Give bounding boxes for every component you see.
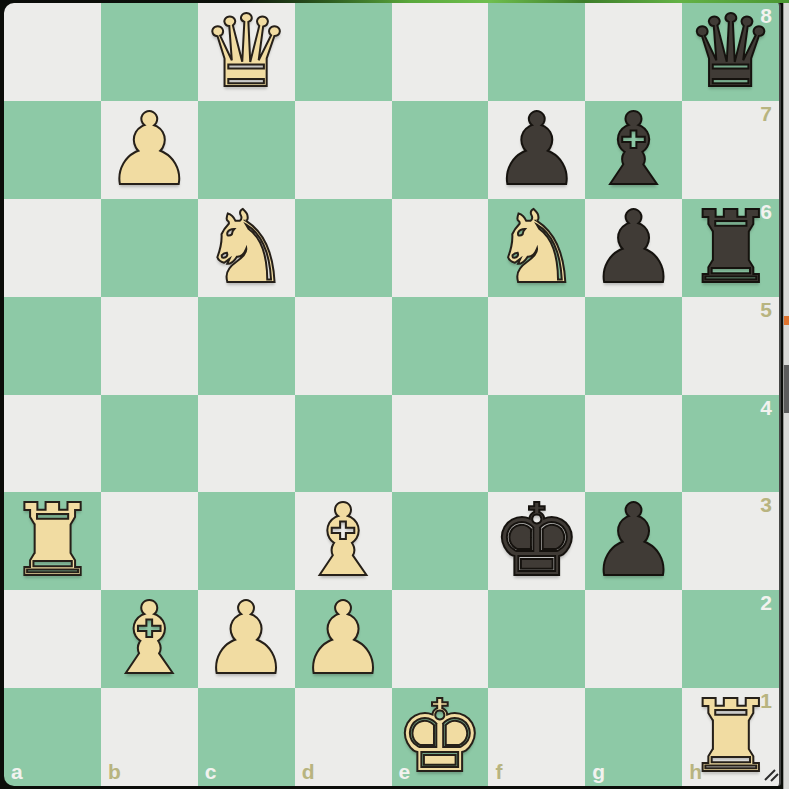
square-c6[interactable]: ♞	[198, 199, 295, 297]
piece-black-queen[interactable]: ♛	[682, 3, 779, 101]
piece-black-king[interactable]: ♚	[488, 492, 585, 590]
file-label-g: g	[592, 760, 605, 784]
rank-label-7: 7	[760, 102, 772, 126]
page-scrollbar[interactable]	[783, 3, 789, 789]
square-a5[interactable]	[4, 297, 101, 395]
scrollbar-find-marker	[784, 316, 789, 325]
square-b4[interactable]	[101, 395, 198, 493]
square-h4[interactable]: 4	[682, 395, 779, 493]
square-h7[interactable]: 7	[682, 101, 779, 199]
piece-white-pawn[interactable]: ♟	[295, 590, 392, 688]
piece-black-pawn[interactable]: ♟	[585, 199, 682, 297]
square-a6[interactable]	[4, 199, 101, 297]
piece-white-rook[interactable]: ♜	[4, 492, 101, 590]
square-b2[interactable]: ♝	[101, 590, 198, 688]
square-a2[interactable]	[4, 590, 101, 688]
square-e1[interactable]: e♚	[392, 688, 489, 786]
piece-white-king[interactable]: ♚	[392, 688, 489, 786]
scrollbar-thumb[interactable]	[784, 365, 789, 413]
file-label-a: a	[11, 760, 23, 784]
square-g5[interactable]	[585, 297, 682, 395]
square-b1[interactable]: b	[101, 688, 198, 786]
file-label-b: b	[108, 760, 121, 784]
square-e8[interactable]	[392, 3, 489, 101]
square-c8[interactable]: ♛	[198, 3, 295, 101]
square-h8[interactable]: 8♛	[682, 3, 779, 101]
square-a7[interactable]	[4, 101, 101, 199]
piece-black-pawn[interactable]: ♟	[585, 492, 682, 590]
square-g7[interactable]: ♝	[585, 101, 682, 199]
piece-white-knight[interactable]: ♞	[198, 199, 295, 297]
square-g3[interactable]: ♟	[585, 492, 682, 590]
square-d1[interactable]: d	[295, 688, 392, 786]
square-a8[interactable]	[4, 3, 101, 101]
chess-board: ♛8♛♟♟♝7♞♞♟6♜54♜♝♚♟3♝♟♟2abcde♚fg1h♜	[4, 3, 781, 786]
square-f4[interactable]	[488, 395, 585, 493]
square-e6[interactable]	[392, 199, 489, 297]
square-b3[interactable]	[101, 492, 198, 590]
square-b5[interactable]	[101, 297, 198, 395]
square-e3[interactable]	[392, 492, 489, 590]
square-d2[interactable]: ♟	[295, 590, 392, 688]
square-h6[interactable]: 6♜	[682, 199, 779, 297]
piece-black-pawn[interactable]: ♟	[488, 101, 585, 199]
piece-white-queen[interactable]: ♛	[198, 3, 295, 101]
board-resize-handle-icon[interactable]	[762, 765, 780, 783]
piece-white-knight[interactable]: ♞	[488, 199, 585, 297]
square-h5[interactable]: 5	[682, 297, 779, 395]
square-d7[interactable]	[295, 101, 392, 199]
square-b8[interactable]	[101, 3, 198, 101]
square-h2[interactable]: 2	[682, 590, 779, 688]
piece-white-pawn[interactable]: ♟	[198, 590, 295, 688]
square-h3[interactable]: 3	[682, 492, 779, 590]
square-e2[interactable]	[392, 590, 489, 688]
square-g2[interactable]	[585, 590, 682, 688]
square-f5[interactable]	[488, 297, 585, 395]
square-f1[interactable]: f	[488, 688, 585, 786]
rank-label-4: 4	[760, 396, 772, 420]
square-e7[interactable]	[392, 101, 489, 199]
square-f3[interactable]: ♚	[488, 492, 585, 590]
square-f8[interactable]	[488, 3, 585, 101]
square-g6[interactable]: ♟	[585, 199, 682, 297]
rank-label-3: 3	[760, 493, 772, 517]
piece-black-bishop[interactable]: ♝	[585, 101, 682, 199]
square-g8[interactable]	[585, 3, 682, 101]
file-label-c: c	[205, 760, 217, 784]
file-label-d: d	[302, 760, 315, 784]
square-d6[interactable]	[295, 199, 392, 297]
square-d4[interactable]	[295, 395, 392, 493]
square-c2[interactable]: ♟	[198, 590, 295, 688]
square-a4[interactable]	[4, 395, 101, 493]
square-f7[interactable]: ♟	[488, 101, 585, 199]
square-c7[interactable]	[198, 101, 295, 199]
square-d3[interactable]: ♝	[295, 492, 392, 590]
square-c3[interactable]	[198, 492, 295, 590]
piece-white-bishop[interactable]: ♝	[101, 590, 198, 688]
square-d5[interactable]	[295, 297, 392, 395]
rank-label-2: 2	[760, 591, 772, 615]
rank-label-5: 5	[760, 298, 772, 322]
square-c1[interactable]: c	[198, 688, 295, 786]
file-label-f: f	[495, 760, 502, 784]
piece-black-rook[interactable]: ♜	[682, 199, 779, 297]
square-a1[interactable]: a	[4, 688, 101, 786]
square-c5[interactable]	[198, 297, 295, 395]
square-b6[interactable]	[101, 199, 198, 297]
square-c4[interactable]	[198, 395, 295, 493]
square-g1[interactable]: g	[585, 688, 682, 786]
square-e5[interactable]	[392, 297, 489, 395]
square-g4[interactable]	[585, 395, 682, 493]
square-b7[interactable]: ♟	[101, 101, 198, 199]
square-a3[interactable]: ♜	[4, 492, 101, 590]
piece-white-bishop[interactable]: ♝	[295, 492, 392, 590]
square-f6[interactable]: ♞	[488, 199, 585, 297]
square-d8[interactable]	[295, 3, 392, 101]
piece-white-pawn[interactable]: ♟	[101, 101, 198, 199]
square-e4[interactable]	[392, 395, 489, 493]
square-f2[interactable]	[488, 590, 585, 688]
